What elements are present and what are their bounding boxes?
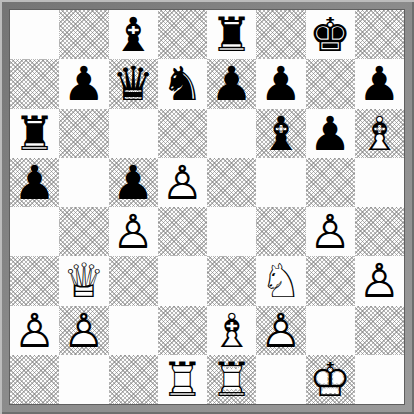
square-c3[interactable]: [109, 256, 158, 305]
square-g7[interactable]: [306, 59, 355, 108]
black-pawn-piece: ♟: [112, 159, 154, 206]
square-f2[interactable]: ♟♙: [256, 306, 305, 355]
square-b6[interactable]: [59, 109, 108, 158]
square-a2[interactable]: ♟♙: [10, 306, 59, 355]
square-b1[interactable]: [59, 355, 108, 404]
square-f4[interactable]: [256, 207, 305, 256]
square-c5[interactable]: ♟: [109, 158, 158, 207]
square-e3[interactable]: [207, 256, 256, 305]
square-c1[interactable]: [109, 355, 158, 404]
black-pawn-piece: ♟: [358, 60, 400, 107]
square-h5[interactable]: [355, 158, 404, 207]
square-g1[interactable]: ♚♔: [306, 355, 355, 404]
square-d7[interactable]: ♞: [158, 59, 207, 108]
square-f1[interactable]: [256, 355, 305, 404]
square-e7[interactable]: ♟: [207, 59, 256, 108]
piece-outline-layer: ♖: [161, 356, 203, 403]
square-d1[interactable]: ♜♖: [158, 355, 207, 404]
square-c7[interactable]: ♛: [109, 59, 158, 108]
piece-outline-layer: ♙: [358, 257, 400, 304]
square-a8[interactable]: [10, 10, 59, 59]
piece-outline-layer: ♙: [14, 307, 56, 354]
black-bishop-piece: ♝: [112, 11, 154, 58]
square-b2[interactable]: ♟♙: [59, 306, 108, 355]
white-queen-piece: ♛♕: [63, 257, 105, 304]
square-b7[interactable]: ♟: [59, 59, 108, 108]
square-h1[interactable]: [355, 355, 404, 404]
square-a3[interactable]: [10, 256, 59, 305]
square-h3[interactable]: ♟♙: [355, 256, 404, 305]
square-g2[interactable]: [306, 306, 355, 355]
piece-outline-layer: ♗: [358, 110, 400, 157]
white-pawn-piece: ♟♙: [161, 159, 203, 206]
white-pawn-piece: ♟♙: [14, 307, 56, 354]
square-c4[interactable]: ♟♙: [109, 207, 158, 256]
black-bishop-piece: ♝: [260, 110, 302, 157]
piece-outline-layer: ♙: [112, 208, 154, 255]
square-d2[interactable]: [158, 306, 207, 355]
piece-outline-layer: ♙: [309, 208, 351, 255]
piece-outline-layer: ♙: [63, 307, 105, 354]
square-a4[interactable]: [10, 207, 59, 256]
piece-outline-layer: ♖: [211, 356, 253, 403]
square-h6[interactable]: ♝♗: [355, 109, 404, 158]
square-d5[interactable]: ♟♙: [158, 158, 207, 207]
square-h2[interactable]: [355, 306, 404, 355]
square-g5[interactable]: [306, 158, 355, 207]
square-d6[interactable]: [158, 109, 207, 158]
white-bishop-piece: ♝♗: [358, 110, 400, 157]
square-h7[interactable]: ♟: [355, 59, 404, 108]
white-knight-piece: ♞♘: [260, 257, 302, 304]
square-b3[interactable]: ♛♕: [59, 256, 108, 305]
square-a5[interactable]: ♟: [10, 158, 59, 207]
chessboard: ♝♜♚♟♛♞♟♟♟♜♝♟♝♗♟♟♟♙♟♙♟♙♛♕♞♘♟♙♟♙♟♙♝♗♟♙♜♖♜♖…: [10, 10, 404, 404]
square-e1[interactable]: ♜♖: [207, 355, 256, 404]
square-a7[interactable]: [10, 59, 59, 108]
black-queen-piece: ♛: [112, 60, 154, 107]
piece-outline-layer: ♗: [211, 307, 253, 354]
black-knight-piece: ♞: [161, 60, 203, 107]
square-f6[interactable]: ♝: [256, 109, 305, 158]
square-e5[interactable]: [207, 158, 256, 207]
square-d8[interactable]: [158, 10, 207, 59]
black-king-piece: ♚: [309, 11, 351, 58]
square-e8[interactable]: ♜: [207, 10, 256, 59]
piece-outline-layer: ♘: [260, 257, 302, 304]
square-b8[interactable]: [59, 10, 108, 59]
piece-outline-layer: ♔: [309, 356, 351, 403]
square-d4[interactable]: [158, 207, 207, 256]
square-a1[interactable]: [10, 355, 59, 404]
piece-outline-layer: ♕: [63, 257, 105, 304]
black-pawn-piece: ♟: [14, 159, 56, 206]
square-g3[interactable]: [306, 256, 355, 305]
square-e4[interactable]: [207, 207, 256, 256]
square-h4[interactable]: [355, 207, 404, 256]
square-a6[interactable]: ♜: [10, 109, 59, 158]
white-pawn-piece: ♟♙: [260, 307, 302, 354]
square-g4[interactable]: ♟♙: [306, 207, 355, 256]
square-b5[interactable]: [59, 158, 108, 207]
square-c2[interactable]: [109, 306, 158, 355]
white-pawn-piece: ♟♙: [309, 208, 351, 255]
black-rook-piece: ♜: [211, 11, 253, 58]
square-f5[interactable]: [256, 158, 305, 207]
board-frame: ♝♜♚♟♛♞♟♟♟♜♝♟♝♗♟♟♟♙♟♙♟♙♛♕♞♘♟♙♟♙♟♙♝♗♟♙♜♖♜♖…: [0, 0, 414, 414]
white-bishop-piece: ♝♗: [211, 307, 253, 354]
white-pawn-piece: ♟♙: [63, 307, 105, 354]
square-b4[interactable]: [59, 207, 108, 256]
square-d3[interactable]: [158, 256, 207, 305]
square-c6[interactable]: [109, 109, 158, 158]
square-f7[interactable]: ♟: [256, 59, 305, 108]
square-c8[interactable]: ♝: [109, 10, 158, 59]
black-pawn-piece: ♟: [211, 60, 253, 107]
white-rook-piece: ♜♖: [211, 356, 253, 403]
square-g6[interactable]: ♟: [306, 109, 355, 158]
black-pawn-piece: ♟: [309, 110, 351, 157]
black-rook-piece: ♜: [14, 110, 56, 157]
white-rook-piece: ♜♖: [161, 356, 203, 403]
square-e2[interactable]: ♝♗: [207, 306, 256, 355]
square-f8[interactable]: [256, 10, 305, 59]
square-f3[interactable]: ♞♘: [256, 256, 305, 305]
black-pawn-piece: ♟: [260, 60, 302, 107]
white-pawn-piece: ♟♙: [358, 257, 400, 304]
white-pawn-piece: ♟♙: [112, 208, 154, 255]
white-king-piece: ♚♔: [309, 356, 351, 403]
black-pawn-piece: ♟: [63, 60, 105, 107]
piece-outline-layer: ♙: [161, 159, 203, 206]
square-g8[interactable]: ♚: [306, 10, 355, 59]
square-e6[interactable]: [207, 109, 256, 158]
square-h8[interactable]: [355, 10, 404, 59]
piece-outline-layer: ♙: [260, 307, 302, 354]
